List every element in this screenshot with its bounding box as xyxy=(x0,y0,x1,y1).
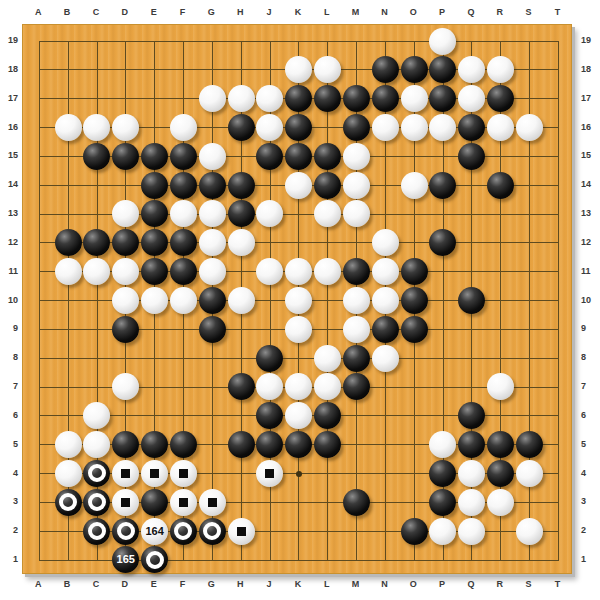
point-A8[interactable] xyxy=(25,344,54,373)
black-stone-F14[interactable] xyxy=(170,172,197,199)
point-F2[interactable] xyxy=(169,517,198,546)
white-stone-H2[interactable] xyxy=(228,518,255,545)
point-J3[interactable] xyxy=(256,488,285,517)
point-T11[interactable] xyxy=(544,257,573,286)
point-B10[interactable] xyxy=(54,286,83,315)
point-H1[interactable] xyxy=(227,546,256,575)
black-stone-L14[interactable] xyxy=(314,172,341,199)
point-K12[interactable] xyxy=(284,228,313,257)
point-Q2[interactable] xyxy=(457,517,486,546)
white-stone-Q4[interactable] xyxy=(458,460,485,487)
point-F5[interactable] xyxy=(169,430,198,459)
point-Q7[interactable] xyxy=(457,373,486,402)
white-stone-G13[interactable] xyxy=(199,200,226,227)
black-stone-G9[interactable] xyxy=(199,316,226,343)
white-stone-N10[interactable] xyxy=(372,287,399,314)
point-P7[interactable] xyxy=(428,373,457,402)
point-N4[interactable] xyxy=(371,459,400,488)
point-N6[interactable] xyxy=(371,401,400,430)
black-stone-M3[interactable] xyxy=(343,489,370,516)
point-E1[interactable] xyxy=(140,546,169,575)
point-M12[interactable] xyxy=(342,228,371,257)
black-stone-N17[interactable] xyxy=(372,85,399,112)
point-J9[interactable] xyxy=(256,315,285,344)
point-T18[interactable] xyxy=(544,55,573,84)
white-stone-K14[interactable] xyxy=(285,172,312,199)
point-J2[interactable] xyxy=(256,517,285,546)
point-Q1[interactable] xyxy=(457,546,486,575)
point-L4[interactable] xyxy=(313,459,342,488)
point-M6[interactable] xyxy=(342,401,371,430)
point-L12[interactable] xyxy=(313,228,342,257)
point-N14[interactable] xyxy=(371,171,400,200)
black-stone-P14[interactable] xyxy=(429,172,456,199)
point-Q9[interactable] xyxy=(457,315,486,344)
point-H16[interactable] xyxy=(227,113,256,142)
point-B1[interactable] xyxy=(54,546,83,575)
point-K1[interactable] xyxy=(284,546,313,575)
black-stone-E1[interactable] xyxy=(141,546,168,573)
point-O7[interactable] xyxy=(400,373,429,402)
point-R17[interactable] xyxy=(486,84,515,113)
point-D12[interactable] xyxy=(111,228,140,257)
point-K18[interactable] xyxy=(284,55,313,84)
white-stone-Q3[interactable] xyxy=(458,489,485,516)
point-G15[interactable] xyxy=(198,142,227,171)
point-P12[interactable] xyxy=(428,228,457,257)
point-H7[interactable] xyxy=(227,373,256,402)
point-A9[interactable] xyxy=(25,315,54,344)
white-stone-D10[interactable] xyxy=(112,287,139,314)
point-B18[interactable] xyxy=(54,55,83,84)
point-A4[interactable] xyxy=(25,459,54,488)
black-stone-P3[interactable] xyxy=(429,489,456,516)
black-stone-O2[interactable] xyxy=(401,518,428,545)
point-A2[interactable] xyxy=(25,517,54,546)
point-P2[interactable] xyxy=(428,517,457,546)
point-E10[interactable] xyxy=(140,286,169,315)
point-H5[interactable] xyxy=(227,430,256,459)
point-L6[interactable] xyxy=(313,401,342,430)
point-F3[interactable] xyxy=(169,488,198,517)
point-O2[interactable] xyxy=(400,517,429,546)
white-stone-C6[interactable] xyxy=(83,402,110,429)
point-B16[interactable] xyxy=(54,113,83,142)
point-P1[interactable] xyxy=(428,546,457,575)
point-T19[interactable] xyxy=(544,27,573,56)
black-stone-H13[interactable] xyxy=(228,200,255,227)
point-S12[interactable] xyxy=(515,228,544,257)
point-E2[interactable]: 164 xyxy=(140,517,169,546)
point-S5[interactable] xyxy=(515,430,544,459)
black-stone-E3[interactable] xyxy=(141,489,168,516)
white-stone-H12[interactable] xyxy=(228,229,255,256)
point-K2[interactable] xyxy=(284,517,313,546)
point-K11[interactable] xyxy=(284,257,313,286)
point-D13[interactable] xyxy=(111,200,140,229)
black-stone-E11[interactable] xyxy=(141,258,168,285)
black-stone-L5[interactable] xyxy=(314,431,341,458)
white-stone-M10[interactable] xyxy=(343,287,370,314)
point-J11[interactable] xyxy=(256,257,285,286)
point-D5[interactable] xyxy=(111,430,140,459)
black-stone-C15[interactable] xyxy=(83,143,110,170)
point-T6[interactable] xyxy=(544,401,573,430)
point-N3[interactable] xyxy=(371,488,400,517)
point-F17[interactable] xyxy=(169,84,198,113)
point-L10[interactable] xyxy=(313,286,342,315)
black-stone-Q6[interactable] xyxy=(458,402,485,429)
point-F8[interactable] xyxy=(169,344,198,373)
point-A7[interactable] xyxy=(25,373,54,402)
point-J5[interactable] xyxy=(256,430,285,459)
point-M13[interactable] xyxy=(342,200,371,229)
point-E3[interactable] xyxy=(140,488,169,517)
black-stone-J15[interactable] xyxy=(256,143,283,170)
point-E6[interactable] xyxy=(140,401,169,430)
point-J1[interactable] xyxy=(256,546,285,575)
point-T16[interactable] xyxy=(544,113,573,142)
point-S13[interactable] xyxy=(515,200,544,229)
point-R12[interactable] xyxy=(486,228,515,257)
white-stone-L7[interactable] xyxy=(314,373,341,400)
point-R4[interactable] xyxy=(486,459,515,488)
point-T2[interactable] xyxy=(544,517,573,546)
black-stone-B12[interactable] xyxy=(55,229,82,256)
point-G1[interactable] xyxy=(198,546,227,575)
point-L19[interactable] xyxy=(313,27,342,56)
black-stone-Q16[interactable] xyxy=(458,114,485,141)
point-H19[interactable] xyxy=(227,27,256,56)
point-J13[interactable] xyxy=(256,200,285,229)
point-S1[interactable] xyxy=(515,546,544,575)
white-stone-F16[interactable] xyxy=(170,114,197,141)
black-stone-L6[interactable] xyxy=(314,402,341,429)
point-F15[interactable] xyxy=(169,142,198,171)
point-D18[interactable] xyxy=(111,55,140,84)
point-F14[interactable] xyxy=(169,171,198,200)
white-stone-J4[interactable] xyxy=(256,460,283,487)
point-Q11[interactable] xyxy=(457,257,486,286)
point-B3[interactable] xyxy=(54,488,83,517)
point-T7[interactable] xyxy=(544,373,573,402)
point-K4[interactable] xyxy=(284,459,313,488)
point-O5[interactable] xyxy=(400,430,429,459)
point-P16[interactable] xyxy=(428,113,457,142)
point-D16[interactable] xyxy=(111,113,140,142)
point-E13[interactable] xyxy=(140,200,169,229)
point-L2[interactable] xyxy=(313,517,342,546)
point-K7[interactable] xyxy=(284,373,313,402)
point-E14[interactable] xyxy=(140,171,169,200)
black-stone-F12[interactable] xyxy=(170,229,197,256)
point-G13[interactable] xyxy=(198,200,227,229)
point-R8[interactable] xyxy=(486,344,515,373)
white-stone-C5[interactable] xyxy=(83,431,110,458)
point-E7[interactable] xyxy=(140,373,169,402)
black-stone-R5[interactable] xyxy=(487,431,514,458)
point-K6[interactable] xyxy=(284,401,313,430)
point-P6[interactable] xyxy=(428,401,457,430)
white-stone-P19[interactable] xyxy=(429,28,456,55)
point-T15[interactable] xyxy=(544,142,573,171)
point-H14[interactable] xyxy=(227,171,256,200)
point-A19[interactable] xyxy=(25,27,54,56)
point-Q18[interactable] xyxy=(457,55,486,84)
point-A1[interactable] xyxy=(25,546,54,575)
black-stone-M11[interactable] xyxy=(343,258,370,285)
point-A6[interactable] xyxy=(25,401,54,430)
point-S16[interactable] xyxy=(515,113,544,142)
point-K5[interactable] xyxy=(284,430,313,459)
point-G4[interactable] xyxy=(198,459,227,488)
point-T5[interactable] xyxy=(544,430,573,459)
black-stone-G2[interactable] xyxy=(199,518,226,545)
point-L11[interactable] xyxy=(313,257,342,286)
point-K9[interactable] xyxy=(284,315,313,344)
point-D10[interactable] xyxy=(111,286,140,315)
white-stone-G11[interactable] xyxy=(199,258,226,285)
point-A13[interactable] xyxy=(25,200,54,229)
black-stone-L17[interactable] xyxy=(314,85,341,112)
point-M16[interactable] xyxy=(342,113,371,142)
point-A16[interactable] xyxy=(25,113,54,142)
white-stone-B5[interactable] xyxy=(55,431,82,458)
point-L7[interactable] xyxy=(313,373,342,402)
white-stone-J11[interactable] xyxy=(256,258,283,285)
point-A17[interactable] xyxy=(25,84,54,113)
point-D6[interactable] xyxy=(111,401,140,430)
white-stone-S16[interactable] xyxy=(516,114,543,141)
point-G16[interactable] xyxy=(198,113,227,142)
point-C19[interactable] xyxy=(83,27,112,56)
point-C14[interactable] xyxy=(83,171,112,200)
point-C2[interactable] xyxy=(83,517,112,546)
point-K3[interactable] xyxy=(284,488,313,517)
point-D9[interactable] xyxy=(111,315,140,344)
point-F7[interactable] xyxy=(169,373,198,402)
point-N12[interactable] xyxy=(371,228,400,257)
point-H12[interactable] xyxy=(227,228,256,257)
white-stone-Q2[interactable] xyxy=(458,518,485,545)
point-Q17[interactable] xyxy=(457,84,486,113)
point-P4[interactable] xyxy=(428,459,457,488)
point-J19[interactable] xyxy=(256,27,285,56)
point-H11[interactable] xyxy=(227,257,256,286)
point-M10[interactable] xyxy=(342,286,371,315)
black-stone-P12[interactable] xyxy=(429,229,456,256)
point-G6[interactable] xyxy=(198,401,227,430)
point-N13[interactable] xyxy=(371,200,400,229)
point-S18[interactable] xyxy=(515,55,544,84)
white-stone-K18[interactable] xyxy=(285,56,312,83)
white-stone-L13[interactable] xyxy=(314,200,341,227)
white-stone-K9[interactable] xyxy=(285,316,312,343)
point-M8[interactable] xyxy=(342,344,371,373)
point-D7[interactable] xyxy=(111,373,140,402)
point-G8[interactable] xyxy=(198,344,227,373)
black-stone-K17[interactable] xyxy=(285,85,312,112)
black-stone-K16[interactable] xyxy=(285,114,312,141)
point-A5[interactable] xyxy=(25,430,54,459)
point-R7[interactable] xyxy=(486,373,515,402)
point-S8[interactable] xyxy=(515,344,544,373)
point-P17[interactable] xyxy=(428,84,457,113)
point-P9[interactable] xyxy=(428,315,457,344)
white-stone-J13[interactable] xyxy=(256,200,283,227)
point-D19[interactable] xyxy=(111,27,140,56)
point-R18[interactable] xyxy=(486,55,515,84)
black-stone-J6[interactable] xyxy=(256,402,283,429)
black-stone-F5[interactable] xyxy=(170,431,197,458)
point-O12[interactable] xyxy=(400,228,429,257)
white-stone-B16[interactable] xyxy=(55,114,82,141)
point-S2[interactable] xyxy=(515,517,544,546)
point-R11[interactable] xyxy=(486,257,515,286)
point-Q14[interactable] xyxy=(457,171,486,200)
point-K10[interactable] xyxy=(284,286,313,315)
white-stone-S2[interactable] xyxy=(516,518,543,545)
point-T12[interactable] xyxy=(544,228,573,257)
point-B17[interactable] xyxy=(54,84,83,113)
point-M2[interactable] xyxy=(342,517,371,546)
point-Q3[interactable] xyxy=(457,488,486,517)
point-B6[interactable] xyxy=(54,401,83,430)
point-N11[interactable] xyxy=(371,257,400,286)
black-stone-Q5[interactable] xyxy=(458,431,485,458)
point-G3[interactable] xyxy=(198,488,227,517)
point-O18[interactable] xyxy=(400,55,429,84)
point-E5[interactable] xyxy=(140,430,169,459)
point-O19[interactable] xyxy=(400,27,429,56)
point-L14[interactable] xyxy=(313,171,342,200)
white-stone-N8[interactable] xyxy=(372,345,399,372)
point-G14[interactable] xyxy=(198,171,227,200)
point-D15[interactable] xyxy=(111,142,140,171)
point-R6[interactable] xyxy=(486,401,515,430)
black-stone-H5[interactable] xyxy=(228,431,255,458)
point-A11[interactable] xyxy=(25,257,54,286)
point-C15[interactable] xyxy=(83,142,112,171)
point-R16[interactable] xyxy=(486,113,515,142)
point-T8[interactable] xyxy=(544,344,573,373)
white-stone-L11[interactable] xyxy=(314,258,341,285)
point-K19[interactable] xyxy=(284,27,313,56)
white-stone-G17[interactable] xyxy=(199,85,226,112)
point-F1[interactable] xyxy=(169,546,198,575)
black-stone-E13[interactable] xyxy=(141,200,168,227)
point-N18[interactable] xyxy=(371,55,400,84)
white-stone-C11[interactable] xyxy=(83,258,110,285)
white-stone-K7[interactable] xyxy=(285,373,312,400)
point-Q19[interactable] xyxy=(457,27,486,56)
point-K14[interactable] xyxy=(284,171,313,200)
point-S10[interactable] xyxy=(515,286,544,315)
white-stone-M15[interactable] xyxy=(343,143,370,170)
point-B8[interactable] xyxy=(54,344,83,373)
point-F9[interactable] xyxy=(169,315,198,344)
point-C10[interactable] xyxy=(83,286,112,315)
black-stone-C2[interactable] xyxy=(83,518,110,545)
point-P15[interactable] xyxy=(428,142,457,171)
point-G12[interactable] xyxy=(198,228,227,257)
point-N17[interactable] xyxy=(371,84,400,113)
white-stone-B11[interactable] xyxy=(55,258,82,285)
black-stone-D15[interactable] xyxy=(112,143,139,170)
point-B7[interactable] xyxy=(54,373,83,402)
black-stone-J8[interactable] xyxy=(256,345,283,372)
black-stone-P17[interactable] xyxy=(429,85,456,112)
black-stone-F15[interactable] xyxy=(170,143,197,170)
white-stone-J7[interactable] xyxy=(256,373,283,400)
white-stone-H17[interactable] xyxy=(228,85,255,112)
point-M5[interactable] xyxy=(342,430,371,459)
white-stone-F4[interactable] xyxy=(170,460,197,487)
point-K15[interactable] xyxy=(284,142,313,171)
point-M4[interactable] xyxy=(342,459,371,488)
black-stone-F2[interactable] xyxy=(170,518,197,545)
point-H8[interactable] xyxy=(227,344,256,373)
black-stone-O18[interactable] xyxy=(401,56,428,83)
point-F10[interactable] xyxy=(169,286,198,315)
point-P3[interactable] xyxy=(428,488,457,517)
black-stone-M17[interactable] xyxy=(343,85,370,112)
point-C8[interactable] xyxy=(83,344,112,373)
point-Q4[interactable] xyxy=(457,459,486,488)
point-N9[interactable] xyxy=(371,315,400,344)
point-O13[interactable] xyxy=(400,200,429,229)
point-C3[interactable] xyxy=(83,488,112,517)
point-G17[interactable] xyxy=(198,84,227,113)
black-stone-G14[interactable] xyxy=(199,172,226,199)
black-stone-K15[interactable] xyxy=(285,143,312,170)
point-R10[interactable] xyxy=(486,286,515,315)
black-stone-N18[interactable] xyxy=(372,56,399,83)
point-B2[interactable] xyxy=(54,517,83,546)
point-O4[interactable] xyxy=(400,459,429,488)
white-stone-R18[interactable] xyxy=(487,56,514,83)
point-T9[interactable] xyxy=(544,315,573,344)
point-Q16[interactable] xyxy=(457,113,486,142)
point-O6[interactable] xyxy=(400,401,429,430)
point-N7[interactable] xyxy=(371,373,400,402)
white-stone-F10[interactable] xyxy=(170,287,197,314)
point-H4[interactable] xyxy=(227,459,256,488)
black-stone-C12[interactable] xyxy=(83,229,110,256)
white-stone-Q17[interactable] xyxy=(458,85,485,112)
point-B4[interactable] xyxy=(54,459,83,488)
point-J12[interactable] xyxy=(256,228,285,257)
point-E15[interactable] xyxy=(140,142,169,171)
point-C9[interactable] xyxy=(83,315,112,344)
point-R2[interactable] xyxy=(486,517,515,546)
point-H13[interactable] xyxy=(227,200,256,229)
black-stone-F11[interactable] xyxy=(170,258,197,285)
point-E12[interactable] xyxy=(140,228,169,257)
point-A12[interactable] xyxy=(25,228,54,257)
black-stone-C4[interactable] xyxy=(83,460,110,487)
point-C4[interactable] xyxy=(83,459,112,488)
point-O8[interactable] xyxy=(400,344,429,373)
point-T10[interactable] xyxy=(544,286,573,315)
white-stone-N11[interactable] xyxy=(372,258,399,285)
black-stone-M7[interactable] xyxy=(343,373,370,400)
point-L15[interactable] xyxy=(313,142,342,171)
point-G19[interactable] xyxy=(198,27,227,56)
point-E4[interactable] xyxy=(140,459,169,488)
white-stone-O14[interactable] xyxy=(401,172,428,199)
point-P10[interactable] xyxy=(428,286,457,315)
